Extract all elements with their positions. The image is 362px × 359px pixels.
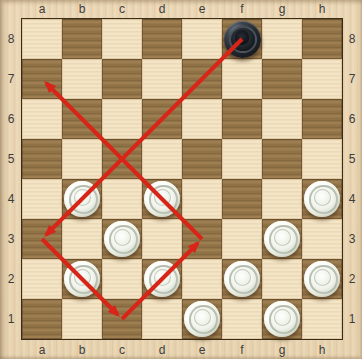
rank-label-right-2: 2 bbox=[343, 259, 361, 299]
checker-center bbox=[314, 269, 331, 286]
rank-label-right-1: 1 bbox=[343, 299, 361, 339]
white-checker-d2[interactable] bbox=[144, 261, 180, 297]
checker-ring bbox=[229, 26, 257, 54]
rank-label-left-8: 8 bbox=[2, 19, 20, 59]
file-label-top-h: h bbox=[302, 0, 342, 18]
checker-center bbox=[234, 269, 251, 286]
rank-label-left-5: 5 bbox=[2, 139, 20, 179]
checker-center bbox=[274, 309, 291, 326]
checker-center bbox=[114, 229, 131, 246]
checker-ring bbox=[269, 225, 297, 253]
file-label-top-a: a bbox=[22, 0, 62, 18]
checker-ring bbox=[109, 225, 137, 253]
rank-label-left-6: 6 bbox=[2, 99, 20, 139]
rank-label-right-7: 7 bbox=[343, 59, 361, 99]
file-label-bottom-d: d bbox=[142, 341, 182, 359]
board-frame bbox=[21, 18, 343, 340]
checker-ring bbox=[229, 265, 257, 293]
file-label-bottom-a: a bbox=[22, 341, 62, 359]
checker-ring bbox=[309, 265, 337, 293]
white-checker-h4[interactable] bbox=[304, 181, 340, 217]
file-label-bottom-e: e bbox=[182, 341, 222, 359]
file-label-top-d: d bbox=[142, 0, 182, 18]
checker-ring bbox=[309, 185, 337, 213]
white-checker-b4[interactable] bbox=[64, 181, 100, 217]
checker-center bbox=[194, 309, 211, 326]
file-label-top-f: f bbox=[222, 0, 262, 18]
rank-label-right-5: 5 bbox=[343, 139, 361, 179]
file-label-bottom-h: h bbox=[302, 341, 342, 359]
white-checker-e1[interactable] bbox=[184, 301, 220, 337]
file-label-bottom-c: c bbox=[102, 341, 142, 359]
file-label-bottom-b: b bbox=[62, 341, 102, 359]
checker-ring bbox=[269, 305, 297, 333]
checker-ring bbox=[149, 265, 177, 293]
checker-ring bbox=[69, 185, 97, 213]
checker-center bbox=[154, 269, 171, 286]
checker-center bbox=[154, 189, 171, 206]
white-checker-d4[interactable] bbox=[144, 181, 180, 217]
checker-ring bbox=[189, 305, 217, 333]
checker-ring bbox=[149, 185, 177, 213]
checker-center bbox=[314, 189, 331, 206]
white-checker-g1[interactable] bbox=[264, 301, 300, 337]
rank-label-right-3: 3 bbox=[343, 219, 361, 259]
file-label-bottom-g: g bbox=[262, 341, 302, 359]
checker-center bbox=[74, 189, 91, 206]
rank-label-left-3: 3 bbox=[2, 219, 20, 259]
checker-ring bbox=[69, 265, 97, 293]
checker-center bbox=[274, 229, 291, 246]
white-checker-g3[interactable] bbox=[264, 221, 300, 257]
file-label-top-b: b bbox=[62, 0, 102, 18]
white-checker-h2[interactable] bbox=[304, 261, 340, 297]
white-checker-b2[interactable] bbox=[64, 261, 100, 297]
pieces-layer bbox=[22, 19, 342, 339]
rank-label-right-4: 4 bbox=[343, 179, 361, 219]
rank-label-left-7: 7 bbox=[2, 59, 20, 99]
white-checker-c3[interactable] bbox=[104, 221, 140, 257]
black-checker-f8[interactable] bbox=[224, 21, 261, 58]
file-label-top-g: g bbox=[262, 0, 302, 18]
rank-label-left-2: 2 bbox=[2, 259, 20, 299]
rank-label-right-8: 8 bbox=[343, 19, 361, 59]
white-checker-f2[interactable] bbox=[224, 261, 260, 297]
file-label-top-e: e bbox=[182, 0, 222, 18]
checkers-diagram: aabbccddeeffgghh8877665544332211 bbox=[0, 0, 362, 359]
rank-label-right-6: 6 bbox=[343, 99, 361, 139]
rank-label-left-4: 4 bbox=[2, 179, 20, 219]
file-label-top-c: c bbox=[102, 0, 142, 18]
rank-label-left-1: 1 bbox=[2, 299, 20, 339]
checker-center bbox=[74, 269, 91, 286]
file-label-bottom-f: f bbox=[222, 341, 262, 359]
checker-center bbox=[235, 30, 250, 45]
